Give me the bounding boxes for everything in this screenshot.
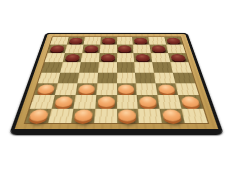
checker-piece-orange[interactable] — [78, 84, 95, 94]
square-r3-c5 — [117, 53, 135, 62]
square-r5-c3 — [77, 72, 98, 83]
checker-piece-dark[interactable] — [65, 54, 81, 61]
square-r5-c2[interactable] — [58, 72, 79, 83]
square-r4-c5[interactable] — [117, 62, 136, 72]
square-r5-c6[interactable] — [135, 72, 156, 83]
square-r4-c2 — [60, 62, 80, 72]
square-r5-c4[interactable] — [97, 72, 117, 83]
square-r4-c3[interactable] — [79, 62, 99, 72]
square-r8-c8 — [181, 108, 207, 123]
square-r2-c6 — [133, 45, 151, 53]
checker-piece-orange[interactable] — [139, 97, 157, 108]
square-r2-c4 — [99, 45, 116, 53]
square-r2-c7[interactable] — [150, 45, 169, 53]
square-r4-c6 — [134, 62, 154, 72]
checker-piece-orange[interactable] — [118, 84, 134, 94]
square-r2-c3[interactable] — [82, 45, 100, 53]
checker-piece-dark[interactable] — [69, 38, 83, 44]
checker-piece-orange[interactable] — [162, 110, 182, 122]
checker-piece-dark[interactable] — [118, 46, 132, 53]
checker-piece-dark[interactable] — [166, 38, 181, 44]
square-r7-c4[interactable] — [95, 95, 117, 108]
square-r1-c3 — [83, 37, 100, 45]
checker-piece-dark[interactable] — [100, 54, 114, 61]
checker-piece-orange[interactable] — [28, 110, 49, 122]
square-r8-c4 — [94, 108, 117, 123]
square-r3-c2[interactable] — [63, 53, 82, 62]
square-r3-c8[interactable] — [168, 53, 188, 62]
square-r7-c2[interactable] — [52, 95, 76, 108]
square-r6-c8 — [175, 83, 198, 95]
square-r5-c7 — [154, 72, 175, 83]
square-r6-c3[interactable] — [75, 83, 97, 95]
square-r3-c6[interactable] — [134, 53, 153, 62]
checker-piece-orange[interactable] — [97, 97, 114, 108]
square-r8-c5[interactable] — [117, 108, 140, 123]
checkers-scene — [0, 0, 230, 175]
square-r1-c7 — [148, 37, 166, 45]
checker-piece-dark[interactable] — [84, 46, 98, 53]
checker-piece-orange[interactable] — [73, 110, 92, 122]
square-r1-c6[interactable] — [132, 37, 149, 45]
square-r5-c5 — [117, 72, 137, 83]
checker-piece-dark[interactable] — [136, 54, 151, 61]
square-r4-c8 — [170, 62, 191, 72]
square-r5-c8[interactable] — [173, 72, 195, 83]
checker-piece-orange[interactable] — [119, 110, 137, 122]
square-r8-c3[interactable] — [71, 108, 95, 123]
square-r6-c4 — [96, 83, 117, 95]
checker-piece-orange[interactable] — [181, 97, 201, 108]
checker-piece-orange[interactable] — [158, 84, 176, 94]
square-r6-c2 — [55, 83, 78, 95]
square-r7-c6[interactable] — [137, 95, 160, 108]
square-r4-c4 — [98, 62, 117, 72]
square-r2-c5[interactable] — [117, 45, 134, 53]
square-r1-c4[interactable] — [100, 37, 117, 45]
square-r7-c5 — [117, 95, 139, 108]
square-r4-c7[interactable] — [152, 62, 172, 72]
square-r7-c8[interactable] — [178, 95, 203, 108]
square-r8-c2 — [48, 108, 73, 123]
square-r6-c6 — [136, 83, 158, 95]
checker-piece-dark[interactable] — [102, 38, 115, 44]
square-r1-c8[interactable] — [164, 37, 182, 45]
checker-piece-orange[interactable] — [37, 84, 56, 94]
square-r6-c5[interactable] — [117, 83, 138, 95]
checker-piece-dark[interactable] — [151, 46, 166, 53]
checker-piece-orange[interactable] — [54, 97, 73, 108]
square-r8-c6 — [138, 108, 162, 123]
square-r3-c4[interactable] — [99, 53, 117, 62]
checkers-board — [9, 33, 225, 135]
checker-piece-dark[interactable] — [49, 46, 64, 53]
square-r3-c7 — [151, 53, 170, 62]
checker-piece-dark[interactable] — [170, 54, 186, 61]
square-r2-c2 — [65, 45, 84, 53]
square-r1-c5 — [117, 37, 134, 45]
board-frame — [9, 33, 225, 135]
square-r7-c3 — [73, 95, 96, 108]
square-r3-c3 — [81, 53, 100, 62]
square-r1-c2[interactable] — [67, 37, 85, 45]
board-grid — [24, 36, 209, 123]
square-r2-c8 — [166, 45, 185, 53]
checker-piece-dark[interactable] — [134, 38, 148, 44]
